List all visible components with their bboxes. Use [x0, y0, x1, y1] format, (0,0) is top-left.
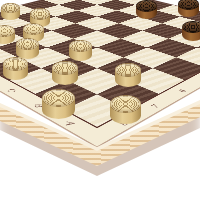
checker-light-d8[interactable] [3, 57, 28, 80]
piece-top-rings [182, 21, 200, 33]
piece-top-rings [115, 63, 141, 78]
piece-top-rings [42, 89, 75, 107]
piece-top-rings [23, 23, 44, 35]
piece-top-rings [136, 0, 157, 12]
piece-top-rings [3, 57, 28, 71]
piece-top-rings [110, 95, 141, 112]
checker-dark-a1[interactable] [178, 0, 199, 17]
piece-top-rings [16, 38, 39, 51]
checker-dark-b2[interactable] [136, 0, 157, 19]
checkers-board-photo: 12345678HGFEDCBA [0, 0, 200, 200]
piece-top-rings [30, 8, 50, 19]
checker-light-a7[interactable] [110, 95, 141, 124]
piece-top-rings [1, 3, 20, 14]
checker-light-b8[interactable] [42, 89, 75, 119]
piece-top-rings [52, 61, 78, 76]
checker-dark-a3[interactable] [182, 21, 200, 41]
checker-light-f8[interactable] [0, 25, 15, 44]
checker-light-d6[interactable] [69, 40, 92, 61]
checker-light-b6[interactable] [115, 63, 141, 87]
checker-light-c7[interactable] [52, 61, 78, 85]
checker-light-e7[interactable] [16, 38, 39, 59]
piece-top-rings [178, 0, 199, 10]
piece-top-rings [69, 40, 92, 53]
checker-light-h8[interactable] [1, 3, 20, 20]
pieces-layer [0, 0, 200, 200]
